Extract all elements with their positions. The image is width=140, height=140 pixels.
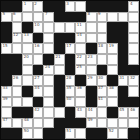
- white-cell-r7c1[interactable]: 26: [12, 75, 23, 86]
- white-cell-r11c4[interactable]: [43, 118, 54, 129]
- black-cell-r8c11: [118, 86, 129, 97]
- black-cell-r7c5: [54, 75, 65, 86]
- clue-number: 50: [24, 129, 29, 133]
- clue-number: 35: [66, 86, 71, 90]
- black-cell-r7c7: [75, 75, 86, 86]
- white-cell-r3c1[interactable]: 12: [12, 33, 23, 44]
- clue-number: 26: [13, 76, 18, 80]
- white-cell-r5c3[interactable]: [33, 54, 44, 65]
- white-cell-r11c12[interactable]: [128, 118, 139, 129]
- white-cell-r4c10[interactable]: 19: [107, 43, 118, 54]
- white-cell-r2c1[interactable]: [12, 22, 23, 33]
- white-cell-r9c6[interactable]: 40: [65, 97, 76, 108]
- black-cell-r0c8: [86, 1, 97, 12]
- black-cell-r3c10: [107, 33, 118, 44]
- white-cell-r3c12[interactable]: [128, 33, 139, 44]
- black-cell-r12c12: [128, 128, 139, 139]
- clue-number: 34: [34, 86, 39, 90]
- black-cell-r3c6: [65, 33, 76, 44]
- black-cell-r7c10: [107, 75, 118, 86]
- white-cell-r11c8[interactable]: 49: [86, 118, 97, 129]
- white-cell-r6c10[interactable]: [107, 65, 118, 76]
- white-cell-r8c1[interactable]: [12, 86, 23, 97]
- black-cell-r9c3: [33, 97, 44, 108]
- white-cell-r0c6[interactable]: 3: [65, 1, 76, 12]
- clue-number: 21: [56, 55, 61, 59]
- white-cell-r10c11[interactable]: 45: [118, 107, 129, 118]
- white-cell-r12c6[interactable]: 51: [65, 128, 76, 139]
- white-cell-r2c9[interactable]: [97, 22, 108, 33]
- white-cell-r2c7[interactable]: 11: [75, 22, 86, 33]
- clue-number: 41: [98, 97, 103, 101]
- black-cell-r12c5: [54, 128, 65, 139]
- white-cell-r7c3[interactable]: 27: [33, 75, 44, 86]
- white-cell-r9c7[interactable]: [75, 97, 86, 108]
- white-cell-r10c5[interactable]: [54, 107, 65, 118]
- clue-number: 10: [34, 23, 39, 27]
- white-cell-r7c4[interactable]: [43, 75, 54, 86]
- black-cell-r4c8: [86, 43, 97, 54]
- white-cell-r0c7[interactable]: [75, 1, 86, 12]
- clue-number: 24: [45, 65, 50, 69]
- white-cell-r11c1[interactable]: [12, 118, 23, 129]
- white-cell-r2c8[interactable]: [86, 22, 97, 33]
- white-cell-r12c3[interactable]: [33, 128, 44, 139]
- white-cell-r12c11[interactable]: [118, 128, 129, 139]
- clue-number: 14: [77, 33, 82, 37]
- white-cell-r5c10[interactable]: [107, 54, 118, 65]
- white-cell-r8c4[interactable]: [43, 86, 54, 97]
- clue-number: 5: [3, 12, 6, 16]
- black-cell-r12c0: [1, 128, 12, 139]
- black-cell-r10c2: [22, 107, 33, 118]
- white-cell-r7c12[interactable]: 32: [128, 75, 139, 86]
- white-cell-r2c6[interactable]: [65, 22, 76, 33]
- white-cell-r2c12[interactable]: [128, 22, 139, 33]
- black-cell-r3c0: [1, 33, 12, 44]
- clue-number: 9: [98, 12, 101, 16]
- clue-number: 20: [24, 55, 29, 59]
- white-cell-r4c4[interactable]: [43, 43, 54, 54]
- black-cell-r9c11: [118, 97, 129, 108]
- white-cell-r10c7[interactable]: 43: [75, 107, 86, 118]
- clue-number: 17: [66, 44, 71, 48]
- white-cell-r9c4[interactable]: [43, 97, 54, 108]
- white-cell-r6c7[interactable]: 25: [75, 65, 86, 76]
- black-cell-r5c4: [43, 54, 54, 65]
- clue-number: 33: [3, 86, 8, 90]
- white-cell-r10c0[interactable]: [1, 107, 12, 118]
- clue-number: 31: [119, 76, 124, 80]
- white-cell-r3c2[interactable]: 13: [22, 33, 33, 44]
- black-cell-r11c7: [75, 118, 86, 129]
- clue-number: 39: [3, 97, 8, 101]
- white-cell-r2c5[interactable]: [54, 22, 65, 33]
- white-cell-r0c2[interactable]: 1: [22, 1, 33, 12]
- white-cell-r8c9[interactable]: 37: [97, 86, 108, 97]
- white-cell-r6c5[interactable]: [54, 65, 65, 76]
- white-cell-r8c3[interactable]: 34: [33, 86, 44, 97]
- white-cell-r9c9[interactable]: 41: [97, 97, 108, 108]
- black-cell-r8c2: [22, 86, 33, 97]
- black-cell-r0c1: [12, 1, 23, 12]
- black-cell-r3c11: [118, 33, 129, 44]
- white-cell-r0c12[interactable]: 4: [128, 1, 139, 12]
- white-cell-r4c3[interactable]: 16: [33, 43, 44, 54]
- black-cell-r1c5: [54, 12, 65, 23]
- white-cell-r1c0[interactable]: 5: [1, 12, 12, 23]
- black-cell-r5c0: [1, 54, 12, 65]
- white-cell-r4c1[interactable]: [12, 43, 23, 54]
- clue-number: 45: [119, 108, 124, 112]
- white-cell-r1c4[interactable]: 7: [43, 12, 54, 23]
- black-cell-r5c6: [65, 54, 76, 65]
- white-cell-r8c7[interactable]: 36: [75, 86, 86, 97]
- clue-number: 46: [130, 108, 135, 112]
- crossword-grid: 1234567891011121314151617181920212223242…: [0, 0, 140, 140]
- clue-number: 27: [34, 76, 39, 80]
- white-cell-r2c3[interactable]: 10: [33, 22, 44, 33]
- clue-number: 23: [87, 55, 92, 59]
- white-cell-r3c4[interactable]: [43, 33, 54, 44]
- white-cell-r6c2[interactable]: [22, 65, 33, 76]
- white-cell-r1c9[interactable]: 9: [97, 12, 108, 23]
- clue-number: 48: [24, 118, 29, 122]
- white-cell-r11c10[interactable]: [107, 118, 118, 129]
- white-cell-r9c1[interactable]: [12, 97, 23, 108]
- black-cell-r12c9: [97, 128, 108, 139]
- white-cell-r8c0[interactable]: 33: [1, 86, 12, 97]
- clue-number: 8: [87, 12, 90, 16]
- white-cell-r4c0[interactable]: 15: [1, 43, 12, 54]
- white-cell-r5c7[interactable]: 22: [75, 54, 86, 65]
- white-cell-r6c4[interactable]: 24: [43, 65, 54, 76]
- black-cell-r1c6: [65, 12, 76, 23]
- black-cell-r10c6: [65, 107, 76, 118]
- black-cell-r8c8: [86, 86, 97, 97]
- clue-number: 28: [66, 76, 71, 80]
- clue-number: 29: [87, 76, 92, 80]
- black-cell-r10c10: [107, 107, 118, 118]
- white-cell-r8c6[interactable]: 35: [65, 86, 76, 97]
- black-cell-r3c3: [33, 33, 44, 44]
- clue-number: 11: [77, 23, 82, 27]
- clue-number: 25: [77, 65, 82, 69]
- black-cell-r12c1: [12, 128, 23, 139]
- clue-number: 52: [109, 129, 114, 133]
- black-cell-r6c6: [65, 65, 76, 76]
- clue-number: 38: [109, 86, 114, 90]
- clue-number: 22: [77, 55, 82, 59]
- clue-number: 37: [98, 86, 103, 90]
- black-cell-r6c3: [33, 65, 44, 76]
- clue-number: 1: [24, 2, 27, 6]
- white-cell-r12c2[interactable]: 50: [22, 128, 33, 139]
- black-cell-r3c5: [54, 33, 65, 44]
- black-cell-r9c5: [54, 97, 65, 108]
- white-cell-r4c12[interactable]: [128, 43, 139, 54]
- white-cell-r3c7[interactable]: 14: [75, 33, 86, 44]
- white-cell-r8c12[interactable]: [128, 86, 139, 97]
- white-cell-r6c8[interactable]: [86, 65, 97, 76]
- clue-number: 2: [34, 2, 37, 6]
- white-cell-r12c7[interactable]: [75, 128, 86, 139]
- black-cell-r6c0: [1, 65, 12, 76]
- clue-number: 18: [98, 44, 103, 48]
- white-cell-r7c6[interactable]: 28: [65, 75, 76, 86]
- clue-number: 16: [34, 44, 39, 48]
- white-cell-r7c11[interactable]: 31: [118, 75, 129, 86]
- black-cell-r0c9: [97, 1, 108, 12]
- clue-number: 30: [98, 76, 103, 80]
- white-cell-r10c12[interactable]: 46: [128, 107, 139, 118]
- white-cell-r1c3[interactable]: [33, 12, 44, 23]
- white-cell-r3c8[interactable]: [86, 33, 97, 44]
- black-cell-r6c1: [12, 65, 23, 76]
- white-cell-r2c4[interactable]: [43, 22, 54, 33]
- white-cell-r9c2[interactable]: [22, 97, 33, 108]
- white-cell-r4c9[interactable]: 18: [97, 43, 108, 54]
- white-cell-r5c9[interactable]: [97, 54, 108, 65]
- clue-number: 36: [77, 86, 82, 90]
- black-cell-r11c6: [65, 118, 76, 129]
- clue-number: 42: [34, 108, 39, 112]
- black-cell-r2c2: [22, 22, 33, 33]
- white-cell-r7c2[interactable]: [22, 75, 33, 86]
- clue-number: 3: [66, 2, 69, 6]
- black-cell-r6c12: [128, 65, 139, 76]
- black-cell-r0c10: [107, 1, 118, 12]
- white-cell-r1c2[interactable]: [22, 12, 33, 23]
- black-cell-r12c4: [43, 128, 54, 139]
- white-cell-r4c7[interactable]: [75, 43, 86, 54]
- clue-number: 44: [87, 108, 92, 112]
- clue-number: 15: [3, 44, 8, 48]
- white-cell-r11c3[interactable]: [33, 118, 44, 129]
- white-cell-r4c6[interactable]: 17: [65, 43, 76, 54]
- white-cell-r10c8[interactable]: 44: [86, 107, 97, 118]
- white-cell-r1c1[interactable]: 6: [12, 12, 23, 23]
- clue-number: 51: [66, 129, 71, 133]
- white-cell-r11c11[interactable]: [118, 118, 129, 129]
- black-cell-r2c10: [107, 22, 118, 33]
- black-cell-r9c12: [128, 97, 139, 108]
- black-cell-r0c5: [54, 1, 65, 12]
- clue-number: 40: [66, 97, 71, 101]
- white-cell-r12c10[interactable]: 52: [107, 128, 118, 139]
- black-cell-r7c0: [1, 75, 12, 86]
- black-cell-r2c0: [1, 22, 12, 33]
- white-cell-r8c10[interactable]: 38: [107, 86, 118, 97]
- white-cell-r5c8[interactable]: 23: [86, 54, 97, 65]
- clue-number: 43: [77, 108, 82, 112]
- black-cell-r9c8: [86, 97, 97, 108]
- white-cell-r11c0[interactable]: 47: [1, 118, 12, 129]
- white-cell-r7c8[interactable]: 29: [86, 75, 97, 86]
- white-cell-r1c12[interactable]: [128, 12, 139, 23]
- white-cell-r7c9[interactable]: 30: [97, 75, 108, 86]
- white-cell-r5c12[interactable]: [128, 54, 139, 65]
- black-cell-r5c11: [118, 54, 129, 65]
- white-cell-r0c3[interactable]: 2: [33, 1, 44, 12]
- black-cell-r12c8: [86, 128, 97, 139]
- white-cell-r10c3[interactable]: 42: [33, 107, 44, 118]
- black-cell-r1c7: [75, 12, 86, 23]
- white-cell-r1c11[interactable]: [118, 12, 129, 23]
- white-cell-r3c9[interactable]: [97, 33, 108, 44]
- black-cell-r6c11: [118, 65, 129, 76]
- white-cell-r10c9[interactable]: [97, 107, 108, 118]
- white-cell-r9c10[interactable]: [107, 97, 118, 108]
- black-cell-r0c4: [43, 1, 54, 12]
- white-cell-r9c0[interactable]: 39: [1, 97, 12, 108]
- black-cell-r4c11: [118, 43, 129, 54]
- white-cell-r1c8[interactable]: 8: [86, 12, 97, 23]
- black-cell-r10c1: [12, 107, 23, 118]
- black-cell-r6c9: [97, 65, 108, 76]
- white-cell-r1c10[interactable]: [107, 12, 118, 23]
- black-cell-r4c5: [54, 43, 65, 54]
- black-cell-r5c1: [12, 54, 23, 65]
- black-cell-r11c5: [54, 118, 65, 129]
- clue-number: 49: [87, 118, 92, 122]
- clue-number: 4: [130, 2, 133, 6]
- white-cell-r5c5[interactable]: 21: [54, 54, 65, 65]
- clue-number: 19: [109, 44, 114, 48]
- clue-number: 12: [13, 33, 18, 37]
- white-cell-r5c2[interactable]: 20: [22, 54, 33, 65]
- clue-number: 32: [130, 76, 135, 80]
- clue-number: 47: [3, 118, 8, 122]
- black-cell-r8c5: [54, 86, 65, 97]
- clue-number: 7: [45, 12, 48, 16]
- black-cell-r2c11: [118, 22, 129, 33]
- black-cell-r0c11: [118, 1, 129, 12]
- white-cell-r11c9[interactable]: [97, 118, 108, 129]
- black-cell-r0c0: [1, 1, 12, 12]
- white-cell-r4c2[interactable]: [22, 43, 33, 54]
- white-cell-r11c2[interactable]: 48: [22, 118, 33, 129]
- white-cell-r10c4[interactable]: [43, 107, 54, 118]
- clue-number: 6: [13, 12, 16, 16]
- clue-number: 13: [24, 33, 29, 37]
